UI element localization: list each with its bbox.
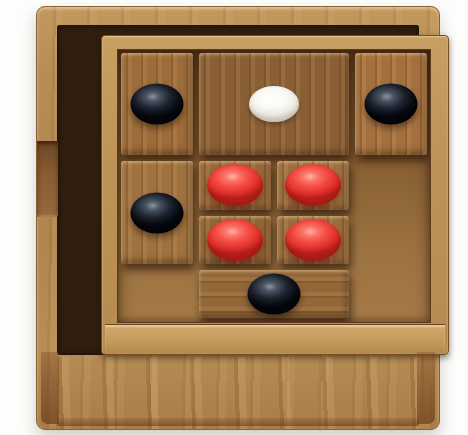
box-corner-joint-right bbox=[417, 352, 435, 424]
puzzle-block-v2[interactable] bbox=[355, 53, 427, 156]
puzzle-block-s4[interactable] bbox=[277, 216, 349, 264]
box-corner-joint-left bbox=[41, 352, 59, 424]
puzzle-block-hh[interactable] bbox=[199, 270, 349, 318]
red-knob bbox=[207, 219, 263, 261]
puzzle-photo bbox=[0, 0, 468, 435]
black-knob bbox=[130, 83, 183, 124]
tray-front-rail bbox=[105, 324, 445, 352]
puzzle-block-s1[interactable] bbox=[199, 161, 271, 209]
puzzle-block-s3[interactable] bbox=[199, 216, 271, 264]
playfield bbox=[117, 49, 431, 323]
puzzle-block-s2[interactable] bbox=[277, 161, 349, 209]
wooden-box bbox=[36, 6, 440, 430]
red-knob bbox=[285, 164, 341, 206]
white-knob bbox=[249, 86, 299, 122]
black-knob bbox=[130, 192, 183, 233]
box-finger-notch-left bbox=[37, 141, 58, 217]
box-bottom-edge bbox=[57, 418, 419, 426]
black-knob bbox=[364, 83, 417, 124]
puzzle-block-v1[interactable] bbox=[121, 53, 193, 156]
puzzle-block-bb[interactable] bbox=[199, 53, 349, 156]
red-knob bbox=[207, 164, 263, 206]
black-knob bbox=[247, 274, 300, 315]
puzzle-tray bbox=[101, 35, 449, 355]
box-front-wall bbox=[40, 357, 436, 429]
red-knob bbox=[285, 219, 341, 261]
puzzle-block-v3[interactable] bbox=[121, 161, 193, 264]
